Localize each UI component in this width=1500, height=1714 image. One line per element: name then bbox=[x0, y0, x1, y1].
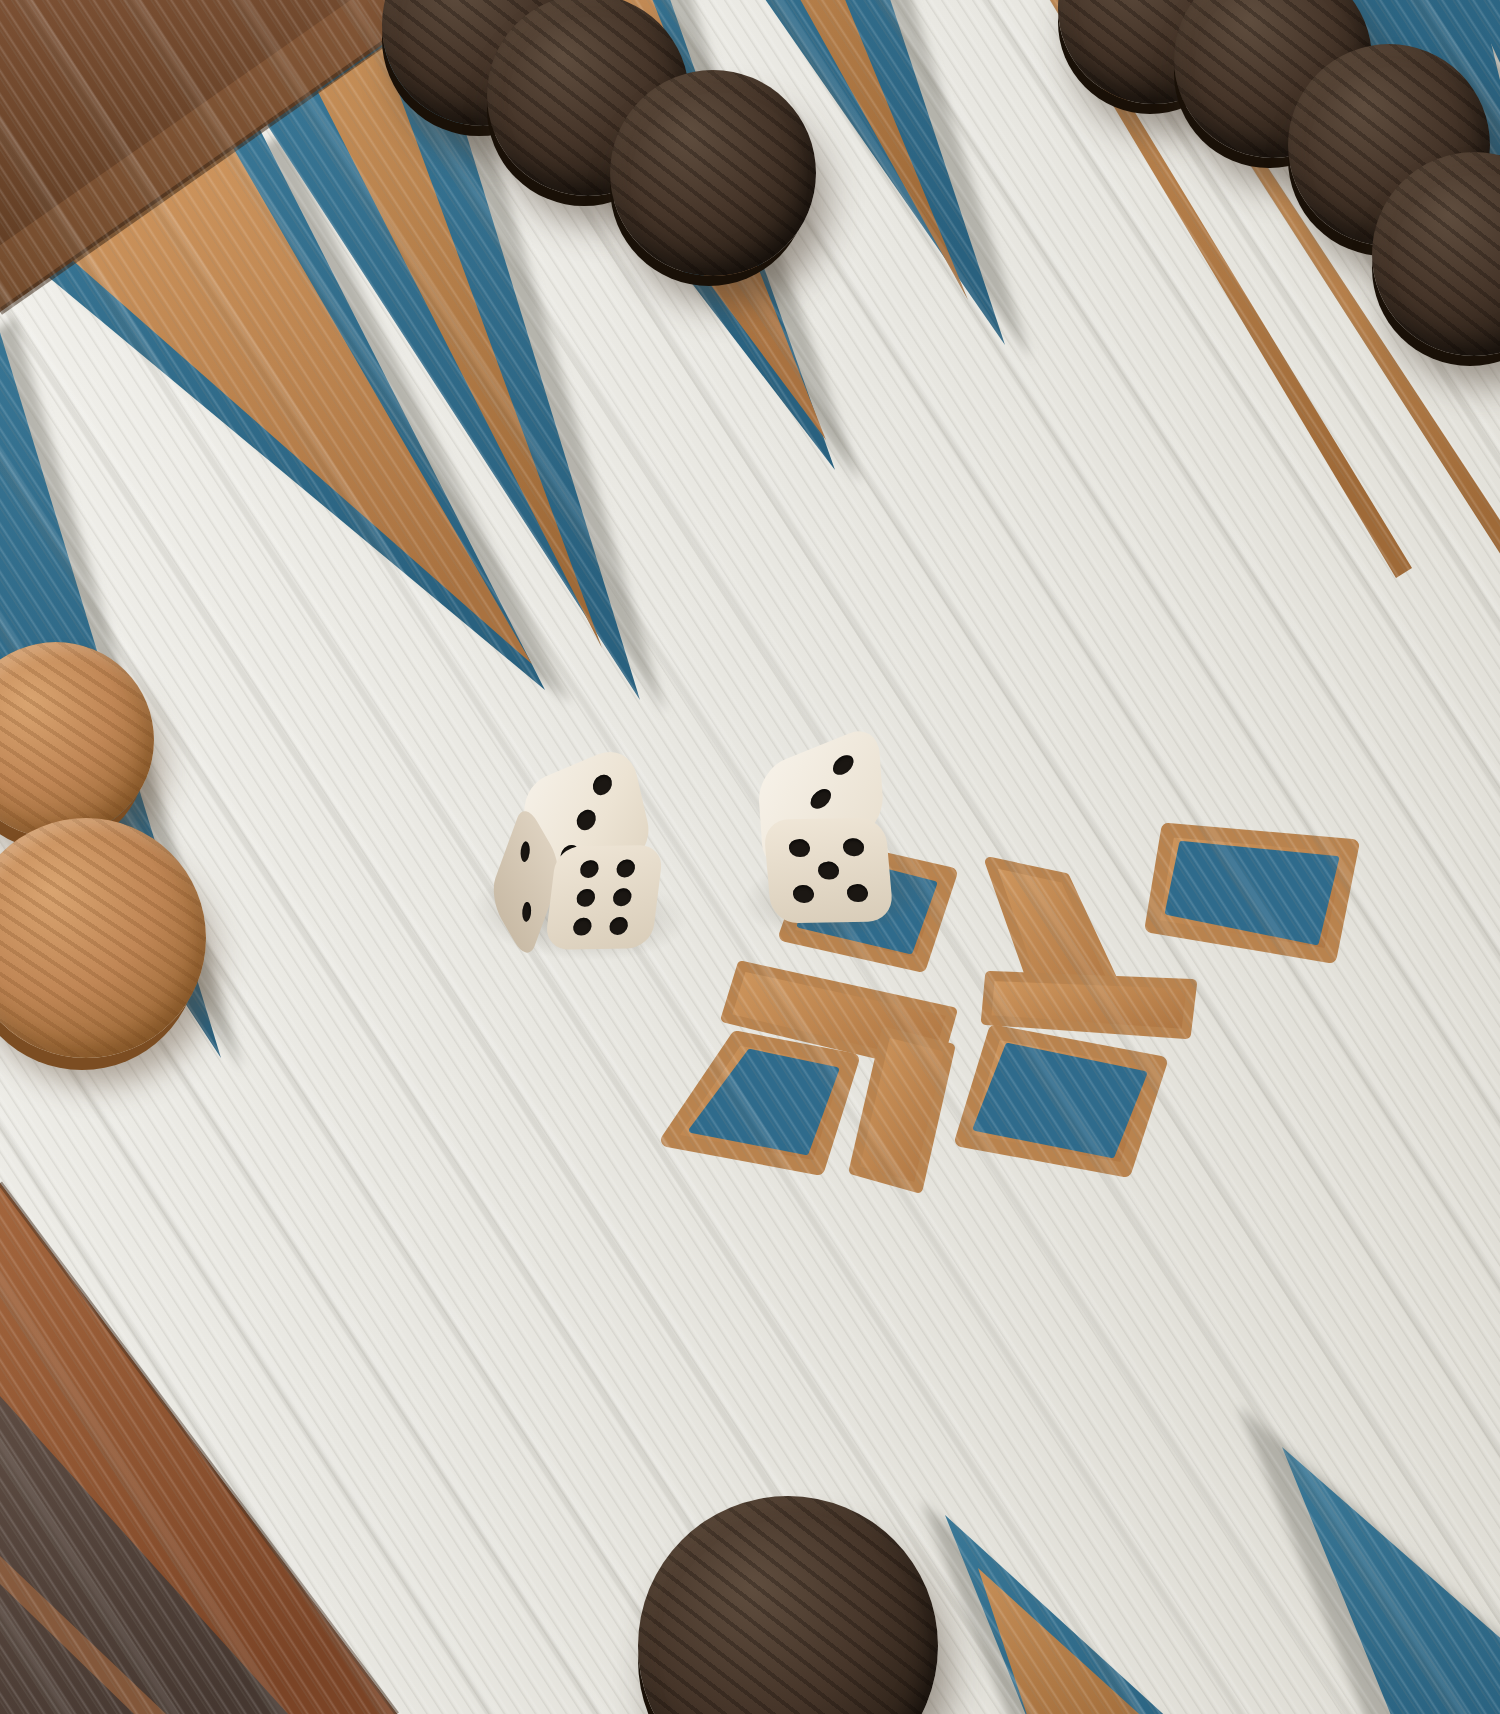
die-1 bbox=[492, 754, 680, 956]
die-pip bbox=[609, 917, 629, 935]
pieces-layer bbox=[0, 0, 1500, 1714]
die-pip bbox=[612, 888, 632, 906]
die-pip bbox=[832, 752, 854, 778]
die-pip bbox=[616, 859, 636, 877]
checker-light-1 bbox=[0, 642, 154, 838]
die-pip bbox=[788, 839, 810, 857]
checker-light-2 bbox=[0, 818, 206, 1058]
checker-dark-8 bbox=[638, 1496, 938, 1714]
die-pip bbox=[591, 772, 614, 799]
checker-dark-3 bbox=[610, 70, 816, 276]
die-pip bbox=[846, 884, 868, 902]
die-pip bbox=[810, 786, 832, 812]
die-2-face-front-5 bbox=[763, 817, 894, 923]
die-pip bbox=[575, 807, 598, 834]
die-1-face-right-6 bbox=[544, 845, 664, 950]
die-pip bbox=[520, 898, 533, 926]
die-pip bbox=[576, 889, 596, 907]
die-pip bbox=[817, 861, 839, 879]
die-pip bbox=[792, 885, 814, 903]
die-pip bbox=[842, 838, 864, 856]
die-2 bbox=[747, 741, 915, 936]
die-pip bbox=[579, 860, 599, 878]
die-pip bbox=[519, 838, 532, 866]
backgammon-board-photo bbox=[0, 0, 1500, 1714]
die-pip bbox=[572, 918, 592, 936]
